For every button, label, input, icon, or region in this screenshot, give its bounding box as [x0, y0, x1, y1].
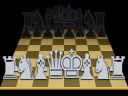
chess-game-window: ♜♞♝♛♚♝♞♜♟♟♟♟♟♟♟♟♟♟♟♟♟♟♟♟♜♞♝♛♚♝♞♜	[0, 0, 128, 96]
piece-black-pawn[interactable]: ♟	[96, 24, 108, 39]
piece-white-rook[interactable]: ♜	[107, 53, 128, 84]
pieces-layer: ♜♞♝♛♚♝♞♜♟♟♟♟♟♟♟♟♟♟♟♟♟♟♟♟♜♞♝♛♚♝♞♜	[0, 0, 128, 96]
